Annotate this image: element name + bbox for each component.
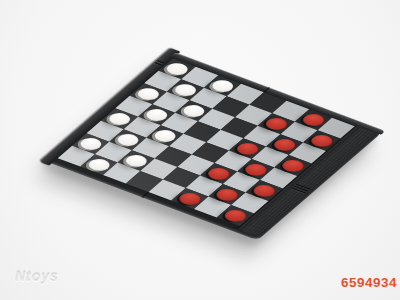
checkers-board-frame (43, 52, 383, 240)
item-number-watermark: 6594934 (277, 275, 397, 290)
brand-watermark: Ntoys (15, 268, 59, 284)
product-photo-scene: Ntoys 6594934 (0, 0, 400, 300)
board-perspective-wrapper (43, 52, 383, 240)
checkers-board (58, 58, 355, 226)
